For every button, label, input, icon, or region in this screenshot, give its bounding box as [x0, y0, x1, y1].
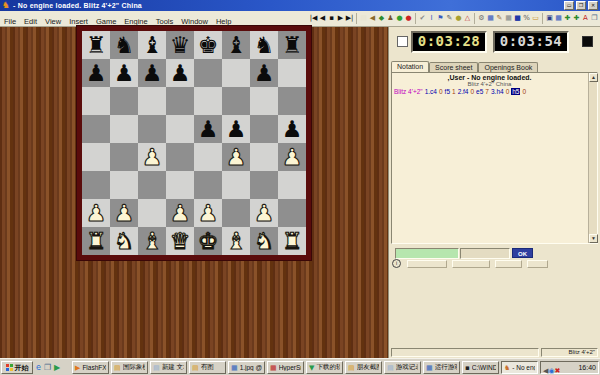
menu-items: FileEditViewInsertGameEngineToolsWindowH…	[0, 10, 235, 28]
game-header: ,User - No engine loaded.	[392, 74, 597, 81]
taskbar-button-label: 下载的软件	[316, 363, 340, 372]
toolbar: |◀◀▪▶▶|▤◀◆♟●●✔I⚑✎●△⚙▦✎▦■%▭▣▦✚✚A❐	[309, 11, 599, 26]
taskbar-button-label: 游戏记录.tx...	[396, 363, 418, 372]
right-panel: 0:03:28 0:03:54 NotationScore sheetOpeni…	[388, 27, 600, 358]
taskbar-button[interactable]: ▤国际象棋单机版	[111, 361, 148, 374]
white-pawn-piece[interactable]: ♟	[86, 200, 107, 226]
square-g5[interactable]	[250, 115, 278, 143]
taskbar-button-label: C:\WINDOWS...	[472, 364, 496, 371]
check-icon[interactable]: ✔	[418, 13, 427, 24]
white-pawn-piece[interactable]: ♟	[142, 144, 163, 170]
info-icon[interactable]: I	[427, 13, 436, 24]
tray-clock: 16:40	[578, 364, 596, 371]
square-d4[interactable]	[166, 143, 194, 171]
square-a4[interactable]	[82, 143, 110, 171]
engine-segment-4[interactable]	[527, 260, 548, 268]
white-king-piece[interactable]: ♚	[198, 228, 219, 254]
square-h3[interactable]	[278, 171, 306, 199]
wrench-icon[interactable]: ⚙	[477, 13, 486, 24]
black-bishop-piece[interactable]: ♝	[142, 32, 163, 58]
black-side-indicator	[582, 36, 593, 47]
engine-input-field[interactable]	[395, 248, 459, 259]
square-d5[interactable]	[166, 115, 194, 143]
taskbar-button[interactable]: ▤游戏记录.tx...	[384, 361, 421, 374]
square-e2[interactable]: ♟	[194, 199, 222, 227]
move-time[interactable]: 0	[522, 88, 526, 95]
close-button[interactable]: ✕	[588, 1, 598, 10]
move[interactable]: 2.f4	[458, 88, 469, 95]
white-pawn-piece[interactable]: ♟	[254, 200, 275, 226]
square-h4[interactable]: ♟	[278, 143, 306, 171]
notation-scrollbar[interactable]: ▲ ▼	[588, 73, 597, 243]
toolbar-separator	[542, 13, 543, 24]
square-g4[interactable]	[250, 143, 278, 171]
black-rook-piece[interactable]: ♜	[282, 32, 303, 58]
antivirus-icon[interactable]: ✖	[555, 367, 561, 375]
letter-a-icon[interactable]: A	[581, 13, 590, 24]
square-e5[interactable]: ♟	[194, 115, 222, 143]
taskbar-button-icon: ▤	[153, 364, 160, 372]
selected-move[interactable]: h5	[511, 88, 520, 95]
taskbar-button-icon: ♞	[504, 364, 510, 372]
taskbar: 开始 e❐▶ ▶FlashFXP▤国际象棋单机版▤新建 文本文...▤有图▦1.…	[0, 358, 600, 375]
square-b1[interactable]: ♞	[110, 227, 138, 255]
black-rook-piece[interactable]: ♜	[86, 32, 107, 58]
tab-openings-book[interactable]: Openings Book	[478, 62, 538, 72]
windows-flag-icon	[6, 364, 13, 371]
nav-last-icon[interactable]: ▶|	[345, 13, 354, 24]
white-pawn-piece[interactable]: ♟	[114, 200, 135, 226]
square-h8[interactable]: ♜	[278, 31, 306, 59]
boards-icon[interactable]: ▦	[554, 13, 563, 24]
black-pawn-piece[interactable]: ♟	[198, 116, 219, 142]
nav-stop-icon[interactable]: ▪	[327, 13, 336, 24]
square-f8[interactable]: ♝	[222, 31, 250, 59]
black-king-piece[interactable]: ♚	[198, 32, 219, 58]
square-g3[interactable]	[250, 171, 278, 199]
square-h5[interactable]: ♟	[278, 115, 306, 143]
taskbar-button[interactable]: ▦1.jpg @ 100...	[228, 361, 265, 374]
square-c2[interactable]	[138, 199, 166, 227]
edit-icon[interactable]: ✎	[495, 13, 504, 24]
square-g1[interactable]: ♞	[250, 227, 278, 255]
black-knight-piece[interactable]: ♞	[114, 32, 135, 58]
square-g2[interactable]: ♟	[250, 199, 278, 227]
taskbar-button[interactable]: ▤朋友截图	[345, 361, 382, 374]
engine-segment-1[interactable]	[407, 260, 447, 268]
move-time[interactable]: 0	[470, 88, 474, 95]
media-icon[interactable]: ▶	[54, 361, 60, 374]
nav-forward-icon[interactable]: ▶	[336, 13, 345, 24]
taskbar-button-label: - No engin...	[512, 364, 535, 371]
square-d3[interactable]	[166, 171, 194, 199]
show-desktop-icon[interactable]: ❐	[44, 361, 51, 374]
move[interactable]: f5	[445, 88, 450, 95]
status-level-text: Blitz 4'+2"	[541, 348, 598, 357]
square-e4[interactable]	[194, 143, 222, 171]
black-pawn-piece[interactable]: ♟	[226, 116, 247, 142]
toolbar-separator	[474, 13, 475, 24]
new-game-icon[interactable]: ▤	[359, 13, 368, 24]
taskbar-button-label: FlashFXP	[82, 364, 106, 371]
square-a8[interactable]: ♜	[82, 31, 110, 59]
square-f7[interactable]	[222, 59, 250, 87]
square-c8[interactable]: ♝	[138, 31, 166, 59]
white-rook-piece[interactable]: ♜	[86, 228, 107, 254]
black-pawn-piece[interactable]: ♟	[282, 116, 303, 142]
desktop: ♞ - No engine loaded. Blitz 4'+2" China …	[0, 0, 600, 375]
percent-icon[interactable]: %	[522, 13, 531, 24]
taskbar-button-icon: ▤	[348, 364, 355, 372]
nav-first-icon[interactable]: |◀	[309, 13, 318, 24]
tab-score-sheet[interactable]: Score sheet	[429, 62, 478, 72]
square-c4[interactable]: ♟	[138, 143, 166, 171]
black-pawn-piece[interactable]: ♟	[86, 60, 107, 86]
white-clock: 0:03:28	[411, 31, 487, 53]
go-icon[interactable]: ●	[395, 13, 404, 24]
nav-back-icon[interactable]: ◀	[318, 13, 327, 24]
white-bishop-piece[interactable]: ♝	[226, 228, 247, 254]
square-f2[interactable]	[222, 199, 250, 227]
taskbar-button[interactable]: ▤新建 文本文...	[150, 361, 187, 374]
scroll-up-icon[interactable]: ▲	[589, 73, 598, 82]
notation-panel: ,User - No engine loaded. Blitz 4'+2" Ch…	[391, 72, 598, 244]
square-a7[interactable]: ♟	[82, 59, 110, 87]
white-pawn-piece[interactable]: ♟	[226, 144, 247, 170]
square-e8[interactable]: ♚	[194, 31, 222, 59]
taskbar-button-icon: ▶	[75, 364, 80, 372]
speaker-icon[interactable]: ◀	[368, 13, 377, 24]
white-to-move-indicator	[397, 36, 408, 47]
players-icon[interactable]: ♟	[386, 13, 395, 24]
plus2-icon[interactable]: ✚	[572, 13, 581, 24]
engine-segment-2[interactable]	[452, 260, 490, 268]
main-area: ♜♞♝♛♚♝♞♜♟♟♟♟♟♟♟♟♟♟♟♟♟♟♟♟♜♞♝♛♚♝♞♜ 0:03:28…	[0, 27, 600, 358]
save-icon[interactable]: ▣	[545, 13, 554, 24]
chess-board-frame: ♜♞♝♛♚♝♞♜♟♟♟♟♟♟♟♟♟♟♟♟♟♟♟♟♜♞♝♛♚♝♞♜	[77, 26, 311, 260]
taskbar-button-icon: ▤	[387, 364, 394, 372]
scroll-down-icon[interactable]: ▼	[589, 234, 598, 243]
square-f3[interactable]	[222, 171, 250, 199]
taskbar-button-icon: ▤	[114, 364, 121, 372]
square-c6[interactable]	[138, 87, 166, 115]
system-tray: ◀◉✖ 16:40	[540, 361, 599, 374]
square-b7[interactable]: ♟	[110, 59, 138, 87]
black-pawn-piece[interactable]: ♟	[170, 60, 191, 86]
status-cell-empty	[391, 348, 539, 357]
ie-icon[interactable]: e	[36, 361, 41, 374]
square-b8[interactable]: ♞	[110, 31, 138, 59]
white-pawn-piece[interactable]: ♟	[170, 200, 191, 226]
black-pawn-piece[interactable]: ♟	[142, 60, 163, 86]
move[interactable]: 1.c4	[425, 88, 437, 95]
engine-info-row: i	[392, 259, 553, 268]
square-f6[interactable]	[222, 87, 250, 115]
move-time[interactable]: 0	[506, 88, 510, 95]
window-title: - No engine loaded. Blitz 4'+2" China	[13, 2, 142, 9]
maximize-button[interactable]: ❐	[576, 1, 586, 10]
taskbar-button-icon: ▦	[270, 364, 277, 372]
taskbar-button[interactable]: ▼下载的软件	[306, 361, 343, 374]
move[interactable]: e5	[476, 88, 483, 95]
pencil-icon[interactable]: ✎	[445, 13, 454, 24]
stop-icon[interactable]: ●	[404, 13, 413, 24]
taskbar-button-icon: ▦	[231, 364, 238, 372]
white-knight-piece[interactable]: ♞	[254, 228, 275, 254]
white-bishop-piece[interactable]: ♝	[142, 228, 163, 254]
grid-icon[interactable]: ▦	[504, 13, 513, 24]
square-c3[interactable]	[138, 171, 166, 199]
square-e7[interactable]	[194, 59, 222, 87]
board-icon[interactable]: ▦	[486, 13, 495, 24]
panel-tabs: NotationScore sheetOpenings Book	[391, 61, 538, 72]
square-h6[interactable]	[278, 87, 306, 115]
triangle-icon[interactable]: △	[463, 13, 472, 24]
taskbar-button[interactable]: ▶FlashFXP	[72, 361, 109, 374]
square-b4[interactable]	[110, 143, 138, 171]
black-knight-piece[interactable]: ♞	[254, 32, 275, 58]
square-a3[interactable]	[82, 171, 110, 199]
taskbar-button-label: 国际象棋单机版	[123, 363, 145, 372]
taskbar-button-label: HyperSnap 6	[279, 364, 301, 371]
taskbar-button-icon: ▼	[309, 364, 314, 372]
square-c1[interactable]: ♝	[138, 227, 166, 255]
taskbar-button[interactable]: ▦HyperSnap 6	[267, 361, 304, 374]
square-f1[interactable]: ♝	[222, 227, 250, 255]
square-c5[interactable]	[138, 115, 166, 143]
info-icon: i	[392, 259, 401, 268]
move-time[interactable]: 7	[485, 88, 489, 95]
square-h2[interactable]	[278, 199, 306, 227]
square-b3[interactable]	[110, 171, 138, 199]
square-a2[interactable]: ♟	[82, 199, 110, 227]
white-queen-piece[interactable]: ♛	[170, 228, 191, 254]
start-button[interactable]: 开始	[1, 361, 33, 374]
square-e1[interactable]: ♚	[194, 227, 222, 255]
white-pawn-piece[interactable]: ♟	[282, 144, 303, 170]
taskbar-button-label: 有图	[201, 363, 214, 372]
square-f4[interactable]: ♟	[222, 143, 250, 171]
flag-icon[interactable]: ⚑	[436, 13, 445, 24]
taskbar-button-label: 运行游戏_W...	[435, 363, 457, 372]
move-list-prefix: Blitz 4'+2"	[394, 88, 423, 95]
window-icon[interactable]: ❐	[590, 13, 599, 24]
square-d2[interactable]: ♟	[166, 199, 194, 227]
black-bishop-piece[interactable]: ♝	[226, 32, 247, 58]
square-c7[interactable]: ♟	[138, 59, 166, 87]
square-d8[interactable]: ♛	[166, 31, 194, 59]
ok-button[interactable]: OK	[512, 248, 533, 258]
taskbar-button-label: 1.jpg @ 100...	[240, 364, 262, 371]
square-g8[interactable]: ♞	[250, 31, 278, 59]
folder-icon[interactable]: ▭	[531, 13, 540, 24]
square-e6[interactable]	[194, 87, 222, 115]
taskbar-button-label: 新建 文本文...	[162, 363, 184, 372]
square-a6[interactable]	[82, 87, 110, 115]
square-d1[interactable]: ♛	[166, 227, 194, 255]
plus-icon[interactable]: ✚	[563, 13, 572, 24]
engine-value-field[interactable]	[460, 248, 510, 259]
square-b6[interactable]	[110, 87, 138, 115]
square-f5[interactable]: ♟	[222, 115, 250, 143]
taskbar-button[interactable]: ▤有图	[189, 361, 226, 374]
black-clock: 0:03:54	[493, 31, 569, 53]
chess-board: ♜♞♝♛♚♝♞♜♟♟♟♟♟♟♟♟♟♟♟♟♟♟♟♟♜♞♝♛♚♝♞♜	[82, 31, 306, 255]
taskbar-button-icon: ▤	[192, 364, 199, 372]
white-knight-piece[interactable]: ♞	[114, 228, 135, 254]
square-icon[interactable]: ■	[513, 13, 522, 24]
square-e3[interactable]	[194, 171, 222, 199]
menu-bar: FileEditViewInsertGameEngineToolsWindowH…	[0, 11, 600, 27]
square-b5[interactable]	[110, 115, 138, 143]
taskbar-button[interactable]: ▪C:\WINDOWS...	[462, 361, 499, 374]
menu-edit[interactable]: Edit	[20, 15, 41, 28]
move-time[interactable]: 0	[439, 88, 443, 95]
taskbar-button[interactable]: ♞- No engin...	[501, 361, 538, 374]
move[interactable]: 3.h4	[491, 88, 504, 95]
square-d6[interactable]	[166, 87, 194, 115]
black-pawn-piece[interactable]: ♟	[114, 60, 135, 86]
panel-status-bar: Blitz 4'+2"	[389, 348, 600, 358]
minimize-button[interactable]: ▭	[564, 1, 574, 10]
diamond-icon[interactable]: ◆	[377, 13, 386, 24]
menu-file[interactable]: File	[0, 15, 20, 28]
square-h7[interactable]	[278, 59, 306, 87]
square-b2[interactable]: ♟	[110, 199, 138, 227]
square-g6[interactable]	[250, 87, 278, 115]
square-a1[interactable]: ♜	[82, 227, 110, 255]
white-pawn-piece[interactable]: ♟	[198, 200, 219, 226]
move-list[interactable]: Blitz 4'+2"1.c40f512.f40e573.h40h50	[392, 87, 597, 96]
quick-launch: e❐▶	[36, 361, 60, 374]
square-g7[interactable]: ♟	[250, 59, 278, 87]
taskbar-buttons: ▶FlashFXP▤国际象棋单机版▤新建 文本文...▤有图▦1.jpg @ 1…	[72, 361, 538, 374]
taskbar-button-icon: ▪	[465, 364, 470, 372]
move-time[interactable]: 1	[452, 88, 456, 95]
black-queen-piece[interactable]: ♛	[170, 32, 191, 58]
square-a5[interactable]	[82, 115, 110, 143]
square-d7[interactable]: ♟	[166, 59, 194, 87]
taskbar-button-icon: ▦	[426, 364, 433, 372]
taskbar-button-label: 朋友截图	[357, 363, 379, 372]
black-pawn-piece[interactable]: ♟	[254, 60, 275, 86]
toolbar-separator	[415, 13, 416, 24]
square-h1[interactable]: ♜	[278, 227, 306, 255]
menu-view[interactable]: View	[41, 15, 65, 28]
white-rook-piece[interactable]: ♜	[282, 228, 303, 254]
tab-notation[interactable]: Notation	[391, 61, 429, 72]
engine-segment-3[interactable]	[495, 260, 522, 268]
ball-icon[interactable]: ●	[454, 13, 463, 24]
taskbar-button[interactable]: ▦运行游戏_W...	[423, 361, 460, 374]
toolbar-separator	[356, 13, 357, 24]
